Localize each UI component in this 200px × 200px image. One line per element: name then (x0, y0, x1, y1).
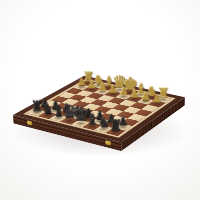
brass-clasp (27, 121, 32, 126)
black-rook: ♜ (104, 117, 128, 132)
square-h2: ♟ (148, 101, 166, 108)
square-h8: ♜ (106, 128, 125, 136)
gold-pawn: ♟ (146, 93, 168, 104)
scene: ♜♞♝♛♚♝♞♜♟♟♟♟♟♟♟♟♟♟♟♟♟♟♟♟♜♞♝♛♚♝♞♜ (0, 0, 200, 200)
brass-clasp (105, 140, 111, 145)
